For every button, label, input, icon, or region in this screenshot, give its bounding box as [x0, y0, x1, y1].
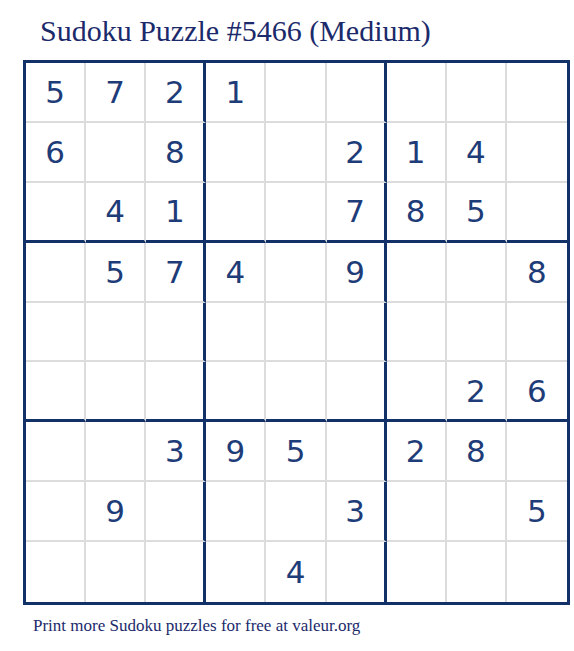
- sudoku-cell-r6c2[interactable]: [86, 362, 146, 422]
- sudoku-cell-r6c6[interactable]: [327, 362, 387, 422]
- sudoku-cell-r5c8[interactable]: [447, 303, 507, 363]
- sudoku-cell-r6c8[interactable]: 2: [447, 362, 507, 422]
- sudoku-cell-r2c8[interactable]: 4: [447, 123, 507, 183]
- sudoku-cell-r7c7[interactable]: 2: [387, 422, 447, 482]
- sudoku-cell-r8c1[interactable]: [26, 482, 86, 542]
- sudoku-cell-r1c7[interactable]: [387, 63, 447, 123]
- sudoku-cell-r9c3[interactable]: [146, 542, 206, 602]
- sudoku-cell-r9c5[interactable]: 4: [266, 542, 326, 602]
- sudoku-board: 572168214417855749826395289354: [23, 60, 570, 605]
- sudoku-cell-r5c1[interactable]: [26, 303, 86, 363]
- sudoku-cell-r9c7[interactable]: [387, 542, 447, 602]
- sudoku-cell-r9c8[interactable]: [447, 542, 507, 602]
- sudoku-cell-r1c3[interactable]: 2: [146, 63, 206, 123]
- sudoku-cell-r7c9[interactable]: [507, 422, 567, 482]
- sudoku-cell-r2c1[interactable]: 6: [26, 123, 86, 183]
- sudoku-cell-r4c4[interactable]: 4: [206, 243, 266, 303]
- sudoku-cell-r7c5[interactable]: 5: [266, 422, 326, 482]
- sudoku-cell-r6c3[interactable]: [146, 362, 206, 422]
- sudoku-cell-r6c7[interactable]: [387, 362, 447, 422]
- sudoku-cell-r7c8[interactable]: 8: [447, 422, 507, 482]
- sudoku-cell-r3c8[interactable]: 5: [447, 183, 507, 243]
- sudoku-cell-r4c5[interactable]: [266, 243, 326, 303]
- sudoku-cell-r7c2[interactable]: [86, 422, 146, 482]
- sudoku-cell-r1c4[interactable]: 1: [206, 63, 266, 123]
- sudoku-cell-r9c4[interactable]: [206, 542, 266, 602]
- sudoku-cell-r1c9[interactable]: [507, 63, 567, 123]
- sudoku-cell-r8c7[interactable]: [387, 482, 447, 542]
- sudoku-cell-r4c9[interactable]: 8: [507, 243, 567, 303]
- sudoku-cell-r4c6[interactable]: 9: [327, 243, 387, 303]
- sudoku-cell-r7c6[interactable]: [327, 422, 387, 482]
- sudoku-cell-r8c6[interactable]: 3: [327, 482, 387, 542]
- sudoku-cell-r8c4[interactable]: [206, 482, 266, 542]
- sudoku-cell-r2c6[interactable]: 2: [327, 123, 387, 183]
- sudoku-cell-r3c5[interactable]: [266, 183, 326, 243]
- sudoku-cell-r5c3[interactable]: [146, 303, 206, 363]
- page-title: Sudoku Puzzle #5466 (Medium): [40, 14, 431, 48]
- sudoku-cell-r6c4[interactable]: [206, 362, 266, 422]
- sudoku-page: Sudoku Puzzle #5466 (Medium) 57216821441…: [0, 0, 574, 651]
- sudoku-cell-r7c3[interactable]: 3: [146, 422, 206, 482]
- sudoku-cell-r1c1[interactable]: 5: [26, 63, 86, 123]
- sudoku-cell-r2c7[interactable]: 1: [387, 123, 447, 183]
- sudoku-cell-r2c4[interactable]: [206, 123, 266, 183]
- sudoku-cell-r4c7[interactable]: [387, 243, 447, 303]
- sudoku-cell-r5c4[interactable]: [206, 303, 266, 363]
- sudoku-cell-r5c7[interactable]: [387, 303, 447, 363]
- sudoku-cell-r9c9[interactable]: [507, 542, 567, 602]
- sudoku-cell-r4c8[interactable]: [447, 243, 507, 303]
- sudoku-cell-r3c7[interactable]: 8: [387, 183, 447, 243]
- sudoku-cell-r1c2[interactable]: 7: [86, 63, 146, 123]
- sudoku-cell-r4c3[interactable]: 7: [146, 243, 206, 303]
- sudoku-cell-r5c2[interactable]: [86, 303, 146, 363]
- sudoku-cell-r3c9[interactable]: [507, 183, 567, 243]
- sudoku-cell-r8c8[interactable]: [447, 482, 507, 542]
- sudoku-cell-r8c2[interactable]: 9: [86, 482, 146, 542]
- sudoku-cell-r1c8[interactable]: [447, 63, 507, 123]
- sudoku-cell-r2c3[interactable]: 8: [146, 123, 206, 183]
- sudoku-cell-r6c5[interactable]: [266, 362, 326, 422]
- sudoku-cell-r1c5[interactable]: [266, 63, 326, 123]
- sudoku-cell-r2c5[interactable]: [266, 123, 326, 183]
- sudoku-cell-r3c1[interactable]: [26, 183, 86, 243]
- sudoku-cell-r9c6[interactable]: [327, 542, 387, 602]
- sudoku-cell-r3c6[interactable]: 7: [327, 183, 387, 243]
- sudoku-cell-r5c6[interactable]: [327, 303, 387, 363]
- sudoku-cell-r2c9[interactable]: [507, 123, 567, 183]
- sudoku-cell-r3c4[interactable]: [206, 183, 266, 243]
- sudoku-cell-r7c4[interactable]: 9: [206, 422, 266, 482]
- footer-text: Print more Sudoku puzzles for free at va…: [33, 616, 360, 636]
- sudoku-cell-r3c3[interactable]: 1: [146, 183, 206, 243]
- sudoku-cell-r4c1[interactable]: [26, 243, 86, 303]
- sudoku-cell-r5c9[interactable]: [507, 303, 567, 363]
- sudoku-cell-r1c6[interactable]: [327, 63, 387, 123]
- sudoku-cell-r6c1[interactable]: [26, 362, 86, 422]
- sudoku-cell-r3c2[interactable]: 4: [86, 183, 146, 243]
- sudoku-cell-r8c5[interactable]: [266, 482, 326, 542]
- sudoku-cell-r9c2[interactable]: [86, 542, 146, 602]
- sudoku-cell-r8c9[interactable]: 5: [507, 482, 567, 542]
- sudoku-cell-r7c1[interactable]: [26, 422, 86, 482]
- sudoku-cell-r5c5[interactable]: [266, 303, 326, 363]
- sudoku-cell-r4c2[interactable]: 5: [86, 243, 146, 303]
- sudoku-cell-r8c3[interactable]: [146, 482, 206, 542]
- sudoku-cell-r9c1[interactable]: [26, 542, 86, 602]
- sudoku-cell-r2c2[interactable]: [86, 123, 146, 183]
- sudoku-cell-r6c9[interactable]: 6: [507, 362, 567, 422]
